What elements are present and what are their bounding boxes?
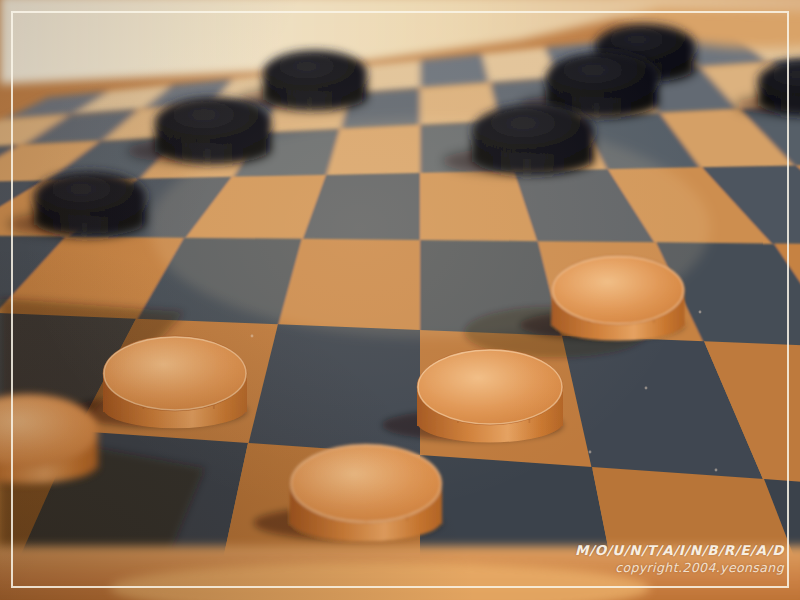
watermark: M/O/U/N/T/A/I/N/B/R/E/A/D copyright.2004…	[575, 542, 784, 576]
piece-top	[546, 53, 658, 102]
dust-speck	[251, 335, 254, 338]
watermark-title: M/O/U/N/T/A/I/N/B/R/E/A/D	[575, 542, 784, 559]
checkers-photo: M/O/U/N/T/A/I/N/B/R/E/A/D copyright.2004…	[0, 0, 800, 600]
piece-top	[263, 50, 367, 96]
dust-speck	[645, 387, 648, 390]
dust-speck	[699, 311, 702, 314]
dust-speck	[589, 451, 592, 454]
checker-orange-o5[interactable]	[0, 394, 98, 484]
dust-speck	[715, 469, 718, 472]
piece-top	[472, 104, 594, 158]
square-r5-c5	[248, 324, 420, 457]
piece-top	[155, 97, 271, 148]
watermark-copyright: copyright.2004.yeonsang	[575, 560, 784, 576]
checkers-scene	[0, 0, 800, 600]
piece-top	[34, 172, 146, 221]
